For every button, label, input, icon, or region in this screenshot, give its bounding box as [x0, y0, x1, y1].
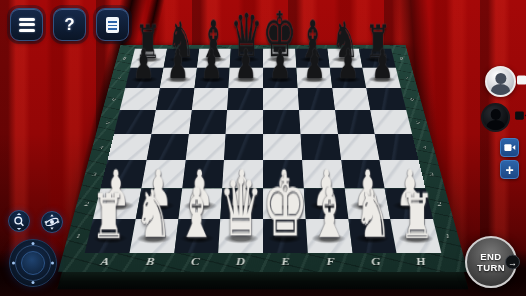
file-label-c: C: [190, 255, 200, 268]
help-button[interactable]: ?: [53, 8, 86, 41]
person-icon: [491, 84, 511, 97]
piece-black-pawn[interactable]: ♟: [269, 47, 291, 83]
piece-black-pawn[interactable]: ♟: [371, 47, 393, 83]
square-d6[interactable]: [227, 88, 263, 110]
file-label-d: D: [236, 255, 246, 268]
square-c5[interactable]: [188, 110, 227, 134]
square-b6[interactable]: [156, 88, 195, 110]
square-f4[interactable]: [300, 134, 340, 160]
square-d1[interactable]: ♛: [218, 219, 263, 253]
board-squares-grid: ♜♞♝♛♚♝♞♜♟♟♟♟♟♟♟♟♟♟♟♟♟♟♟♟♜♞♝♛♚♝♞♜: [85, 49, 442, 253]
square-d4[interactable]: [224, 134, 263, 160]
square-c1[interactable]: ♝: [174, 219, 221, 253]
square-f1[interactable]: ♝: [306, 219, 353, 253]
square-a7[interactable]: ♟: [125, 68, 163, 88]
hamburger-icon: [19, 15, 35, 34]
square-a6[interactable]: [120, 88, 160, 110]
rank-label-3: 3: [429, 171, 435, 177]
square-e5[interactable]: [263, 110, 300, 134]
square-h6[interactable]: [366, 88, 406, 110]
piece-black-pawn[interactable]: ♟: [337, 47, 359, 83]
end-turn-button[interactable]: END TURN →: [465, 236, 517, 288]
square-h4[interactable]: [375, 134, 419, 160]
rank-label-6: 6: [410, 96, 415, 101]
video-camera-button[interactable]: [500, 138, 519, 157]
orbit-3d-icon: [44, 214, 60, 230]
piece-white-king[interactable]: ♚: [262, 169, 308, 244]
menu-button[interactable]: [10, 8, 43, 41]
plus-icon: +: [505, 163, 513, 177]
rank-label-7: 7: [404, 75, 409, 80]
camera-zoom-button[interactable]: [8, 210, 30, 232]
square-a4[interactable]: [108, 134, 152, 160]
rank-label-7: 7: [117, 75, 122, 80]
rank-label-1: 1: [444, 232, 450, 240]
person-icon: [495, 73, 506, 84]
square-b1[interactable]: ♞: [129, 219, 178, 253]
square-c7[interactable]: ♟: [194, 68, 230, 88]
square-b5[interactable]: [151, 110, 191, 134]
piece-white-queen[interactable]: ♛: [219, 173, 263, 245]
camera-pan-joystick[interactable]: [9, 239, 57, 287]
rank-label-4: 4: [99, 144, 104, 150]
person-icon: [486, 120, 505, 132]
square-e4[interactable]: [263, 134, 302, 160]
square-f5[interactable]: [299, 110, 338, 134]
square-f6[interactable]: [297, 88, 334, 110]
square-f7[interactable]: ♟: [296, 68, 332, 88]
rank-label-2: 2: [436, 200, 442, 207]
joystick-knob[interactable]: [21, 251, 45, 275]
piece-white-knight[interactable]: ♞: [355, 185, 392, 245]
square-d7[interactable]: ♟: [229, 68, 263, 88]
chess-app-screen: ♜♞♝♛♚♝♞♜♟♟♟♟♟♟♟♟♟♟♟♟♟♟♟♟♜♞♝♛♚♝♞♜ ABCDEFG…: [0, 0, 526, 296]
joystick-dot: [12, 262, 15, 265]
piece-white-rook[interactable]: ♜: [92, 189, 126, 245]
square-g1[interactable]: ♞: [348, 219, 397, 253]
piece-white-rook[interactable]: ♜: [400, 189, 434, 245]
arrow-right-icon: →: [505, 255, 520, 270]
question-mark-icon: ?: [64, 15, 74, 35]
black-player-avatar[interactable]: [481, 103, 510, 132]
square-c6[interactable]: [191, 88, 228, 110]
piece-black-pawn[interactable]: ♟: [235, 47, 257, 83]
white-player-camera-icon[interactable]: [517, 74, 526, 86]
rank-label-8: 8: [123, 56, 127, 60]
chess-board: ♜♞♝♛♚♝♞♜♟♟♟♟♟♟♟♟♟♟♟♟♟♟♟♟♜♞♝♛♚♝♞♜ ABCDEFG…: [58, 45, 468, 272]
piece-black-pawn[interactable]: ♟: [201, 47, 223, 83]
joystick-dot: [51, 262, 54, 265]
piece-black-pawn[interactable]: ♟: [167, 47, 189, 83]
square-a1[interactable]: ♜: [85, 219, 136, 253]
rank-label-6: 6: [112, 96, 117, 101]
toolbar: ?: [10, 8, 129, 41]
piece-white-bishop[interactable]: ♝: [178, 182, 216, 244]
rank-label-2: 2: [84, 200, 90, 207]
white-player-avatar[interactable]: [485, 66, 516, 97]
rank-label-5: 5: [106, 119, 111, 124]
square-h1[interactable]: ♜: [391, 219, 442, 253]
person-icon: [490, 109, 501, 120]
piece-black-pawn[interactable]: ♟: [303, 47, 325, 83]
square-b4[interactable]: [146, 134, 188, 160]
camera-rotate-button[interactable]: [41, 211, 63, 233]
square-e1[interactable]: ♚: [263, 219, 308, 253]
video-camera-icon: [504, 143, 516, 152]
file-labels: ABCDEFGH: [81, 255, 445, 268]
square-g7[interactable]: ♟: [329, 68, 366, 88]
joystick-dot: [32, 281, 35, 284]
piece-white-bishop[interactable]: ♝: [310, 182, 348, 244]
rank-label-5: 5: [415, 119, 420, 124]
file-label-h: H: [415, 255, 428, 268]
magnifier-icon: [12, 213, 26, 230]
rank-label-8: 8: [399, 56, 403, 60]
rank-label-3: 3: [92, 171, 98, 177]
rank-label-1: 1: [75, 232, 81, 240]
piece-white-knight[interactable]: ♞: [135, 185, 172, 245]
square-h7[interactable]: ♟: [363, 68, 401, 88]
notation-button[interactable]: [96, 8, 129, 41]
file-label-g: G: [370, 255, 381, 268]
document-icon: [106, 17, 119, 33]
square-h5[interactable]: [370, 110, 412, 134]
black-player-camera-icon[interactable]: [515, 110, 526, 121]
square-a5[interactable]: [114, 110, 156, 134]
add-button[interactable]: +: [500, 160, 519, 179]
square-g6[interactable]: [332, 88, 371, 110]
file-label-f: F: [326, 255, 336, 268]
square-e6[interactable]: [263, 88, 299, 110]
file-label-e: E: [281, 255, 290, 268]
square-d5[interactable]: [226, 110, 263, 134]
piece-black-pawn[interactable]: ♟: [132, 47, 154, 83]
square-e7[interactable]: ♟: [263, 68, 297, 88]
square-c4[interactable]: [185, 134, 225, 160]
square-b7[interactable]: ♟: [160, 68, 197, 88]
square-g4[interactable]: [338, 134, 380, 160]
file-label-b: B: [145, 255, 156, 268]
joystick-dot: [32, 242, 35, 245]
square-g5[interactable]: [335, 110, 375, 134]
rank-label-4: 4: [422, 144, 427, 150]
file-label-a: A: [99, 255, 110, 268]
